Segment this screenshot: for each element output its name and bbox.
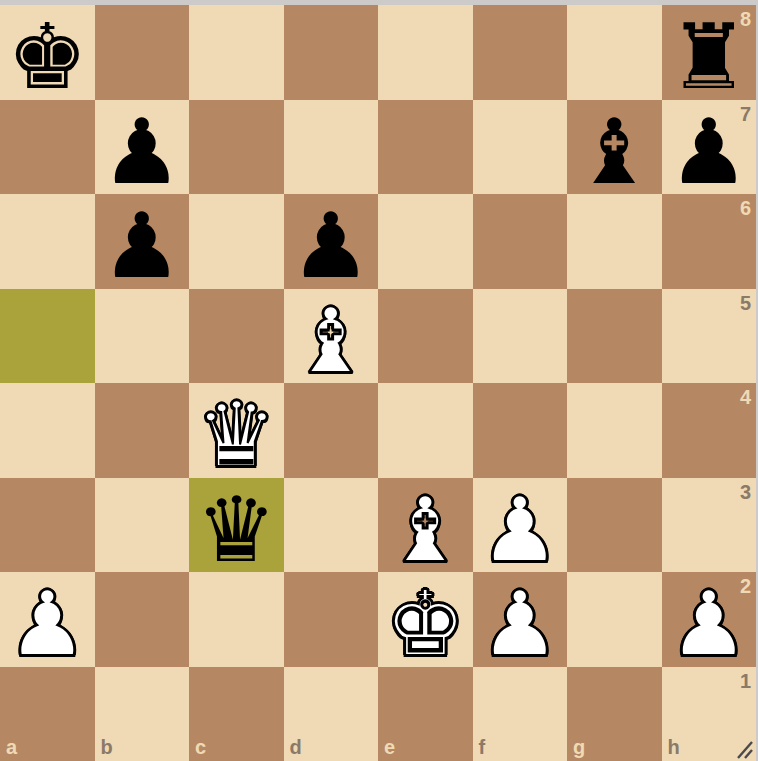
square-a1[interactable]: a bbox=[0, 667, 95, 761]
square-a2[interactable]: ♟ bbox=[0, 572, 95, 667]
piece-black-rook[interactable]: ♜ bbox=[668, 12, 749, 102]
square-h8[interactable]: ♜8 bbox=[662, 5, 757, 100]
square-e7[interactable] bbox=[378, 100, 473, 195]
square-a7[interactable] bbox=[0, 100, 95, 195]
square-c3[interactable]: ♛ bbox=[189, 478, 284, 573]
rank-label-3: 3 bbox=[740, 482, 751, 502]
piece-black-pawn[interactable]: ♟ bbox=[668, 107, 749, 197]
square-f5[interactable] bbox=[473, 289, 568, 384]
rank-label-4: 4 bbox=[740, 387, 751, 407]
square-b5[interactable] bbox=[95, 289, 190, 384]
square-h3[interactable]: 3 bbox=[662, 478, 757, 573]
square-a8[interactable]: ♚ bbox=[0, 5, 95, 100]
piece-white-king[interactable]: ♚ bbox=[385, 579, 466, 669]
rank-label-2: 2 bbox=[740, 576, 751, 596]
square-e5[interactable] bbox=[378, 289, 473, 384]
rank-label-7: 7 bbox=[740, 104, 751, 124]
square-e8[interactable] bbox=[378, 5, 473, 100]
rank-label-5: 5 bbox=[740, 293, 751, 313]
rank-label-8: 8 bbox=[740, 9, 751, 29]
piece-black-queen[interactable]: ♛ bbox=[196, 485, 277, 575]
piece-white-pawn[interactable]: ♟ bbox=[479, 579, 560, 669]
square-g6[interactable] bbox=[567, 194, 662, 289]
square-b8[interactable] bbox=[95, 5, 190, 100]
rank-label-6: 6 bbox=[740, 198, 751, 218]
chess-board[interactable]: ♚♜8♟♝♟7♟♟6♝5♛4♛♝♟3♟♚♟♟2abcdefgh1 bbox=[0, 5, 756, 761]
file-label-a: a bbox=[6, 737, 17, 757]
file-label-d: d bbox=[290, 737, 302, 757]
square-f2[interactable]: ♟ bbox=[473, 572, 568, 667]
square-e2[interactable]: ♚ bbox=[378, 572, 473, 667]
piece-black-pawn[interactable]: ♟ bbox=[101, 107, 182, 197]
square-f3[interactable]: ♟ bbox=[473, 478, 568, 573]
square-a3[interactable] bbox=[0, 478, 95, 573]
square-b7[interactable]: ♟ bbox=[95, 100, 190, 195]
square-d3[interactable] bbox=[284, 478, 379, 573]
square-d5[interactable]: ♝ bbox=[284, 289, 379, 384]
file-label-c: c bbox=[195, 737, 206, 757]
piece-black-pawn[interactable]: ♟ bbox=[101, 201, 182, 291]
rank-label-1: 1 bbox=[740, 671, 751, 691]
square-c1[interactable]: c bbox=[189, 667, 284, 761]
square-e1[interactable]: e bbox=[378, 667, 473, 761]
piece-white-queen[interactable]: ♛ bbox=[196, 390, 277, 480]
square-h5[interactable]: 5 bbox=[662, 289, 757, 384]
file-label-e: e bbox=[384, 737, 395, 757]
piece-white-pawn[interactable]: ♟ bbox=[479, 485, 560, 575]
resize-grip-icon[interactable] bbox=[735, 739, 755, 759]
square-g8[interactable] bbox=[567, 5, 662, 100]
square-g3[interactable] bbox=[567, 478, 662, 573]
square-b2[interactable] bbox=[95, 572, 190, 667]
square-f8[interactable] bbox=[473, 5, 568, 100]
square-g7[interactable]: ♝ bbox=[567, 100, 662, 195]
piece-white-bishop[interactable]: ♝ bbox=[385, 485, 466, 575]
square-g4[interactable] bbox=[567, 383, 662, 478]
square-c7[interactable] bbox=[189, 100, 284, 195]
square-a6[interactable] bbox=[0, 194, 95, 289]
square-d7[interactable] bbox=[284, 100, 379, 195]
piece-black-pawn[interactable]: ♟ bbox=[290, 201, 371, 291]
square-c6[interactable] bbox=[189, 194, 284, 289]
square-f4[interactable] bbox=[473, 383, 568, 478]
square-f7[interactable] bbox=[473, 100, 568, 195]
square-e4[interactable] bbox=[378, 383, 473, 478]
square-d6[interactable]: ♟ bbox=[284, 194, 379, 289]
square-f1[interactable]: f bbox=[473, 667, 568, 761]
square-d4[interactable] bbox=[284, 383, 379, 478]
piece-black-bishop[interactable]: ♝ bbox=[574, 107, 655, 197]
square-b3[interactable] bbox=[95, 478, 190, 573]
square-h7[interactable]: ♟7 bbox=[662, 100, 757, 195]
square-g1[interactable]: g bbox=[567, 667, 662, 761]
piece-white-bishop[interactable]: ♝ bbox=[290, 296, 371, 386]
square-f6[interactable] bbox=[473, 194, 568, 289]
square-g2[interactable] bbox=[567, 572, 662, 667]
square-e3[interactable]: ♝ bbox=[378, 478, 473, 573]
file-label-f: f bbox=[479, 737, 486, 757]
square-h6[interactable]: 6 bbox=[662, 194, 757, 289]
square-c8[interactable] bbox=[189, 5, 284, 100]
square-d2[interactable] bbox=[284, 572, 379, 667]
square-b4[interactable] bbox=[95, 383, 190, 478]
square-h4[interactable]: 4 bbox=[662, 383, 757, 478]
piece-black-king[interactable]: ♚ bbox=[7, 12, 88, 102]
square-d1[interactable]: d bbox=[284, 667, 379, 761]
square-h2[interactable]: ♟2 bbox=[662, 572, 757, 667]
square-b6[interactable]: ♟ bbox=[95, 194, 190, 289]
piece-white-pawn[interactable]: ♟ bbox=[7, 579, 88, 669]
square-b1[interactable]: b bbox=[95, 667, 190, 761]
file-label-b: b bbox=[101, 737, 113, 757]
square-c5[interactable] bbox=[189, 289, 284, 384]
square-a4[interactable] bbox=[0, 383, 95, 478]
file-label-g: g bbox=[573, 737, 585, 757]
square-g5[interactable] bbox=[567, 289, 662, 384]
square-e6[interactable] bbox=[378, 194, 473, 289]
square-c2[interactable] bbox=[189, 572, 284, 667]
square-c4[interactable]: ♛ bbox=[189, 383, 284, 478]
file-label-h: h bbox=[668, 737, 680, 757]
square-d8[interactable] bbox=[284, 5, 379, 100]
piece-white-pawn[interactable]: ♟ bbox=[668, 579, 749, 669]
square-a5[interactable] bbox=[0, 289, 95, 384]
